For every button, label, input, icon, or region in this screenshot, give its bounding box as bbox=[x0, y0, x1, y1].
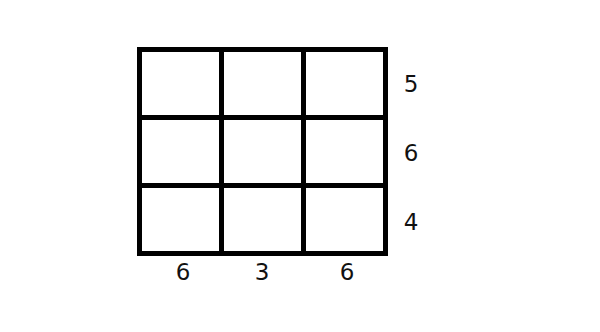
grid-cell-r2c2[interactable] bbox=[224, 120, 301, 183]
col-sum-label-3: 6 bbox=[327, 259, 367, 285]
row-sum-label-2: 6 bbox=[397, 140, 425, 166]
col-sum-label-2: 3 bbox=[242, 259, 282, 285]
grid-cell-r3c3[interactable] bbox=[306, 188, 383, 251]
row-sum-label-1: 5 bbox=[397, 71, 425, 97]
puzzle-grid bbox=[137, 47, 388, 256]
row-sum-label-3: 4 bbox=[397, 209, 425, 235]
grid-cell-r3c2[interactable] bbox=[224, 188, 301, 251]
grid-cell-r1c1[interactable] bbox=[142, 52, 219, 115]
grid-cell-r2c3[interactable] bbox=[306, 120, 383, 183]
puzzle-page: 5 6 4 6 3 6 bbox=[0, 0, 600, 332]
grid-cell-r1c2[interactable] bbox=[224, 52, 301, 115]
grid-cell-r1c3[interactable] bbox=[306, 52, 383, 115]
col-sum-label-1: 6 bbox=[163, 259, 203, 285]
grid-cell-r3c1[interactable] bbox=[142, 188, 219, 251]
grid-cell-r2c1[interactable] bbox=[142, 120, 219, 183]
